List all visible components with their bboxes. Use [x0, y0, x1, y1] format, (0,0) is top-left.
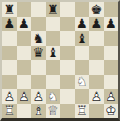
square-b3[interactable] — [17, 75, 32, 90]
square-h7[interactable]: ♟ — [104, 17, 119, 32]
square-c5[interactable]: ♛ — [31, 46, 46, 61]
square-b7[interactable]: ♟ — [17, 17, 32, 32]
white-bishop-fill: ♝ — [31, 104, 46, 119]
white-pawn: ♙ — [17, 89, 32, 104]
square-d3[interactable] — [46, 75, 61, 90]
square-d2[interactable]: ♞♘ — [46, 89, 61, 104]
square-e5[interactable] — [60, 46, 75, 61]
square-g5[interactable] — [89, 46, 104, 61]
square-b1[interactable] — [17, 104, 32, 119]
square-f2[interactable] — [75, 89, 90, 104]
square-e1[interactable] — [60, 104, 75, 119]
square-h2[interactable]: ♟♙ — [104, 89, 119, 104]
white-queen-fill: ♛ — [46, 104, 61, 119]
square-g6[interactable] — [89, 31, 104, 46]
square-h5[interactable] — [104, 46, 119, 61]
square-d1[interactable]: ♛♕ — [46, 104, 61, 119]
square-a4[interactable] — [2, 60, 17, 75]
chess-board-frame: ♜♜♚♟♟♟♟♟♞♝♛♝♞♘♟♙♟♙♟♙♞♘♟♙♟♙♜♖♝♗♛♕♜♖♚♔ — [0, 0, 120, 121]
square-g2[interactable]: ♟♙ — [89, 89, 104, 104]
square-e3[interactable] — [60, 75, 75, 90]
square-h3[interactable] — [104, 75, 119, 90]
square-h6[interactable] — [104, 31, 119, 46]
square-c2[interactable]: ♟♙ — [31, 89, 46, 104]
white-king: ♔ — [104, 104, 119, 119]
white-knight-fill: ♞ — [75, 75, 90, 90]
white-pawn-fill: ♟ — [31, 89, 46, 104]
square-b4[interactable] — [17, 60, 32, 75]
black-pawn: ♟ — [17, 17, 32, 32]
square-g8[interactable]: ♚ — [89, 2, 104, 17]
white-knight: ♘ — [75, 75, 90, 90]
white-rook: ♖ — [75, 104, 90, 119]
square-a6[interactable] — [2, 31, 17, 46]
white-queen: ♕ — [46, 104, 61, 119]
square-c1[interactable]: ♝♗ — [31, 104, 46, 119]
black-knight: ♞ — [31, 31, 46, 46]
white-pawn-fill: ♟ — [2, 89, 17, 104]
square-d8[interactable]: ♜ — [46, 2, 61, 17]
black-pawn: ♟ — [75, 17, 90, 32]
square-e6[interactable] — [60, 31, 75, 46]
square-a8[interactable]: ♜ — [2, 2, 17, 17]
black-pawn: ♟ — [104, 17, 119, 32]
square-d7[interactable] — [46, 17, 61, 32]
square-f1[interactable]: ♜♖ — [75, 104, 90, 119]
black-pawn: ♟ — [2, 17, 17, 32]
square-b5[interactable] — [17, 46, 32, 61]
square-f4[interactable] — [75, 60, 90, 75]
square-h8[interactable] — [104, 2, 119, 17]
square-f7[interactable]: ♟ — [75, 17, 90, 32]
square-a3[interactable] — [2, 75, 17, 90]
square-b8[interactable] — [17, 2, 32, 17]
square-f6[interactable]: ♝ — [75, 31, 90, 46]
square-e2[interactable] — [60, 89, 75, 104]
white-pawn: ♙ — [2, 89, 17, 104]
square-c7[interactable] — [31, 17, 46, 32]
white-knight-fill: ♞ — [46, 89, 61, 104]
white-rook-fill: ♜ — [2, 104, 17, 119]
white-pawn-fill: ♟ — [104, 89, 119, 104]
square-e4[interactable] — [60, 60, 75, 75]
white-king-fill: ♚ — [104, 104, 119, 119]
square-c8[interactable] — [31, 2, 46, 17]
white-pawn: ♙ — [31, 89, 46, 104]
square-g4[interactable] — [89, 60, 104, 75]
square-a5[interactable] — [2, 46, 17, 61]
square-e7[interactable] — [60, 17, 75, 32]
square-b2[interactable]: ♟♙ — [17, 89, 32, 104]
square-e8[interactable] — [60, 2, 75, 17]
square-c3[interactable] — [31, 75, 46, 90]
black-rook: ♜ — [2, 2, 17, 17]
square-d5[interactable]: ♝ — [46, 46, 61, 61]
black-king: ♚ — [89, 2, 104, 17]
square-d6[interactable] — [46, 31, 61, 46]
black-pawn: ♟ — [89, 17, 104, 32]
white-pawn: ♙ — [104, 89, 119, 104]
square-a7[interactable]: ♟ — [2, 17, 17, 32]
white-pawn-fill: ♟ — [17, 89, 32, 104]
square-a2[interactable]: ♟♙ — [2, 89, 17, 104]
square-f8[interactable] — [75, 2, 90, 17]
square-b6[interactable] — [17, 31, 32, 46]
square-f5[interactable] — [75, 46, 90, 61]
white-pawn: ♙ — [89, 89, 104, 104]
square-f3[interactable]: ♞♘ — [75, 75, 90, 90]
square-h4[interactable] — [104, 60, 119, 75]
black-queen: ♛ — [31, 46, 46, 61]
square-a1[interactable]: ♜♖ — [2, 104, 17, 119]
square-d4[interactable] — [46, 60, 61, 75]
square-h1[interactable]: ♚♔ — [104, 104, 119, 119]
black-rook: ♜ — [46, 2, 61, 17]
square-g3[interactable] — [89, 75, 104, 90]
white-pawn-fill: ♟ — [89, 89, 104, 104]
white-bishop: ♗ — [31, 104, 46, 119]
white-knight: ♘ — [46, 89, 61, 104]
square-g1[interactable] — [89, 104, 104, 119]
black-bishop: ♝ — [75, 31, 90, 46]
chess-board: ♜♜♚♟♟♟♟♟♞♝♛♝♞♘♟♙♟♙♟♙♞♘♟♙♟♙♜♖♝♗♛♕♜♖♚♔ — [2, 2, 118, 118]
white-rook-fill: ♜ — [75, 104, 90, 119]
black-bishop: ♝ — [46, 46, 61, 61]
square-g7[interactable]: ♟ — [89, 17, 104, 32]
square-c4[interactable] — [31, 60, 46, 75]
white-rook: ♖ — [2, 104, 17, 119]
square-c6[interactable]: ♞ — [31, 31, 46, 46]
